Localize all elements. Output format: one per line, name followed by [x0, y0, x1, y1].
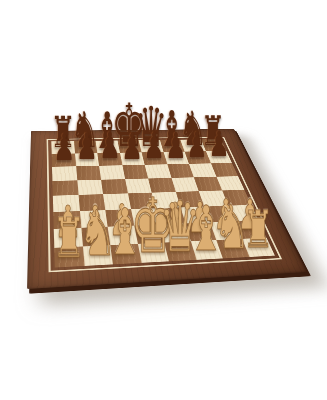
square-a2 [54, 228, 83, 248]
square-c7 [97, 153, 122, 166]
square-b2 [81, 227, 110, 246]
square-a3 [53, 211, 81, 229]
square-b1 [82, 245, 112, 266]
square-d7 [120, 152, 145, 165]
square-d6 [122, 165, 148, 179]
square-b4 [78, 194, 105, 211]
square-a7 [52, 153, 76, 166]
square-b7 [75, 153, 99, 166]
square-a5 [52, 180, 78, 196]
square-c6 [99, 165, 125, 179]
square-a8 [51, 141, 74, 154]
square-b5 [77, 179, 103, 194]
square-c5 [101, 179, 128, 194]
square-a6 [52, 166, 77, 180]
square-c4 [103, 193, 131, 209]
chess-set-photo: ♜♞♝♚♛♝♞♜♟♟♟♟♟♟♟♟♟♟♟♟♟♟♟♟♜♞♝♚♛♝♞♜ [0, 0, 327, 400]
square-b6 [76, 166, 101, 180]
square-a4 [53, 195, 80, 212]
chess-board [27, 129, 307, 289]
board-squares [51, 139, 275, 267]
square-c1 [110, 244, 141, 265]
square-c2 [108, 226, 138, 245]
square-d5 [125, 178, 152, 193]
square-a1 [54, 246, 84, 267]
square-b8 [74, 141, 98, 153]
square-c3 [105, 209, 134, 227]
square-c8 [96, 141, 120, 153]
square-b3 [79, 210, 107, 228]
square-d8 [117, 140, 141, 152]
